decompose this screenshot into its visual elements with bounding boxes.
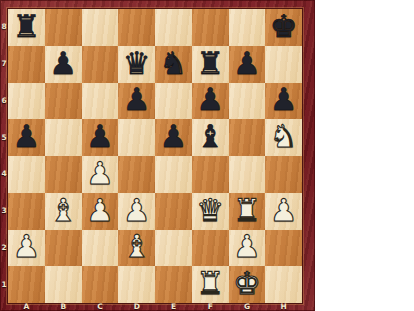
file-label-c: C [82, 303, 119, 311]
square-e6[interactable] [155, 83, 192, 120]
square-h7[interactable] [265, 46, 302, 83]
square-h1[interactable] [265, 266, 302, 303]
square-c2[interactable] [82, 230, 119, 267]
square-e8[interactable] [155, 9, 192, 46]
square-g3[interactable]: ♜ [229, 193, 266, 230]
white-bishop-piece: ♝ [123, 231, 151, 262]
square-a5[interactable]: ♟ [8, 119, 45, 156]
black-pawn-piece: ♟ [159, 121, 187, 152]
white-pawn-piece: ♟ [12, 231, 40, 262]
rank-label-7: 7 [0, 60, 8, 68]
square-e5[interactable]: ♟ [155, 119, 192, 156]
square-f8[interactable] [192, 9, 229, 46]
square-d3[interactable]: ♟ [118, 193, 155, 230]
rank-label-1: 1 [0, 281, 8, 289]
rank-label-8: 8 [0, 23, 8, 31]
square-f2[interactable] [192, 230, 229, 267]
file-label-b: B [45, 303, 82, 311]
square-c5[interactable]: ♟ [82, 119, 119, 156]
black-pawn-piece: ♟ [233, 48, 261, 79]
square-g2[interactable]: ♟ [229, 230, 266, 267]
white-pawn-piece: ♟ [270, 195, 298, 226]
square-c4[interactable]: ♟ [82, 156, 119, 193]
square-h6[interactable]: ♟ [265, 83, 302, 120]
square-f5[interactable]: ♝ [192, 119, 229, 156]
square-h3[interactable]: ♟ [265, 193, 302, 230]
square-c3[interactable]: ♟ [82, 193, 119, 230]
square-d6[interactable]: ♟ [118, 83, 155, 120]
rank-label-5: 5 [0, 134, 8, 142]
square-a8[interactable]: ♜ [8, 9, 45, 46]
black-knight-piece: ♞ [159, 48, 187, 79]
square-c6[interactable] [82, 83, 119, 120]
square-f4[interactable] [192, 156, 229, 193]
square-a6[interactable] [8, 83, 45, 120]
square-b1[interactable] [45, 266, 82, 303]
square-d2[interactable]: ♝ [118, 230, 155, 267]
black-pawn-piece: ♟ [12, 121, 40, 152]
square-d1[interactable] [118, 266, 155, 303]
white-pawn-piece: ♟ [233, 231, 261, 262]
file-label-f: F [192, 303, 229, 311]
square-b8[interactable] [45, 9, 82, 46]
square-g4[interactable] [229, 156, 266, 193]
square-h5[interactable]: ♞ [265, 119, 302, 156]
square-a2[interactable]: ♟ [8, 230, 45, 267]
square-g7[interactable]: ♟ [229, 46, 266, 83]
square-e2[interactable] [155, 230, 192, 267]
square-e4[interactable] [155, 156, 192, 193]
white-queen-piece: ♛ [196, 195, 224, 226]
black-pawn-piece: ♟ [196, 84, 224, 115]
square-a3[interactable] [8, 193, 45, 230]
white-king-piece: ♚ [233, 268, 261, 299]
black-queen-piece: ♛ [123, 48, 151, 79]
square-a7[interactable] [8, 46, 45, 83]
file-label-e: E [155, 303, 192, 311]
white-pawn-piece: ♟ [86, 195, 114, 226]
black-rook-piece: ♜ [196, 48, 224, 79]
square-h2[interactable] [265, 230, 302, 267]
black-bishop-piece: ♝ [196, 121, 224, 152]
white-bishop-piece: ♝ [49, 195, 77, 226]
black-pawn-piece: ♟ [49, 48, 77, 79]
black-pawn-piece: ♟ [270, 84, 298, 115]
black-pawn-piece: ♟ [123, 84, 151, 115]
square-d8[interactable] [118, 9, 155, 46]
chess-diagram: ♜♚♟♛♞♜♟♟♟♟♟♟♟♝♞♟♝♟♟♛♜♟♟♝♟♜♚ 87654321ABCD… [0, 0, 414, 311]
file-label-h: H [265, 303, 302, 311]
square-b6[interactable] [45, 83, 82, 120]
square-e1[interactable] [155, 266, 192, 303]
square-f6[interactable]: ♟ [192, 83, 229, 120]
rank-label-4: 4 [0, 170, 8, 178]
square-f7[interactable]: ♜ [192, 46, 229, 83]
file-label-d: D [118, 303, 155, 311]
white-pawn-piece: ♟ [123, 195, 151, 226]
square-h8[interactable]: ♚ [265, 9, 302, 46]
chess-board: ♜♚♟♛♞♜♟♟♟♟♟♟♟♝♞♟♝♟♟♛♜♟♟♝♟♜♚ [8, 9, 302, 303]
white-rook-piece: ♜ [233, 195, 261, 226]
square-g8[interactable] [229, 9, 266, 46]
white-rook-piece: ♜ [196, 268, 224, 299]
square-b3[interactable]: ♝ [45, 193, 82, 230]
rank-label-2: 2 [0, 244, 8, 252]
square-h4[interactable] [265, 156, 302, 193]
square-f3[interactable]: ♛ [192, 193, 229, 230]
square-g5[interactable] [229, 119, 266, 156]
square-d4[interactable] [118, 156, 155, 193]
square-f1[interactable]: ♜ [192, 266, 229, 303]
square-g1[interactable]: ♚ [229, 266, 266, 303]
square-d7[interactable]: ♛ [118, 46, 155, 83]
file-label-a: A [8, 303, 45, 311]
rank-label-3: 3 [0, 207, 8, 215]
square-c7[interactable] [82, 46, 119, 83]
square-b2[interactable] [45, 230, 82, 267]
square-e3[interactable] [155, 193, 192, 230]
square-b4[interactable] [45, 156, 82, 193]
square-g6[interactable] [229, 83, 266, 120]
square-b5[interactable] [45, 119, 82, 156]
white-pawn-piece: ♟ [86, 158, 114, 189]
square-c1[interactable] [82, 266, 119, 303]
rank-label-6: 6 [0, 97, 8, 105]
square-a4[interactable] [8, 156, 45, 193]
square-b7[interactable]: ♟ [45, 46, 82, 83]
black-pawn-piece: ♟ [86, 121, 114, 152]
white-knight-piece: ♞ [270, 121, 298, 152]
file-label-g: G [229, 303, 266, 311]
black-king-piece: ♚ [270, 11, 298, 42]
square-c8[interactable] [82, 9, 119, 46]
black-rook-piece: ♜ [12, 11, 40, 42]
square-d5[interactable] [118, 119, 155, 156]
square-e7[interactable]: ♞ [155, 46, 192, 83]
square-a1[interactable] [8, 266, 45, 303]
